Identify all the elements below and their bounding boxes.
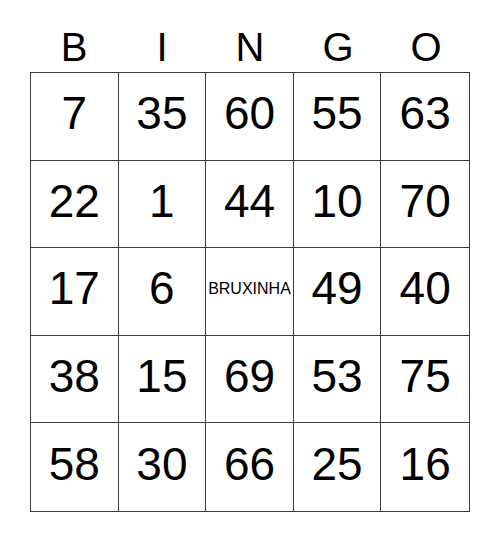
bingo-cell-r5c1[interactable]: 58 [31,423,119,511]
bingo-cell-r1c4[interactable]: 55 [294,73,382,161]
bingo-cell-r2c1[interactable]: 22 [31,161,119,249]
bingo-cell-r5c3[interactable]: 66 [206,423,294,511]
bingo-cell-r3c1[interactable]: 17 [31,248,119,336]
bingo-cell-r1c3[interactable]: 60 [206,73,294,161]
bingo-card: BINGO 735605563221441070176BRUXINHA49403… [0,0,500,544]
column-letter-O: O [382,0,470,72]
bingo-cell-r3c2[interactable]: 6 [119,248,207,336]
bingo-cell-r2c2[interactable]: 1 [119,161,207,249]
column-letter-G: G [294,0,382,72]
bingo-cell-r4c4[interactable]: 53 [294,336,382,424]
bingo-cell-r2c5[interactable]: 70 [381,161,469,249]
bingo-cell-r2c3[interactable]: 44 [206,161,294,249]
bingo-cell-r3c5[interactable]: 40 [381,248,469,336]
bingo-cell-r5c4[interactable]: 25 [294,423,382,511]
bingo-cell-r5c5[interactable]: 16 [381,423,469,511]
bingo-cell-r4c5[interactable]: 75 [381,336,469,424]
bingo-grid: 735605563221441070176BRUXINHA49403815695… [30,72,470,512]
bingo-cell-r1c2[interactable]: 35 [119,73,207,161]
column-letter-N: N [206,0,294,72]
bingo-cell-r1c5[interactable]: 63 [381,73,469,161]
bingo-cell-r4c3[interactable]: 69 [206,336,294,424]
bingo-cell-r4c1[interactable]: 38 [31,336,119,424]
column-letter-I: I [118,0,206,72]
bingo-cell-r1c1[interactable]: 7 [31,73,119,161]
bingo-cell-r3c4[interactable]: 49 [294,248,382,336]
column-letter-B: B [30,0,118,72]
bingo-cell-r4c2[interactable]: 15 [119,336,207,424]
free-space-cell[interactable]: BRUXINHA [206,248,294,336]
bingo-header-row: BINGO [30,0,470,72]
bingo-cell-r2c4[interactable]: 10 [294,161,382,249]
bingo-cell-r5c2[interactable]: 30 [119,423,207,511]
